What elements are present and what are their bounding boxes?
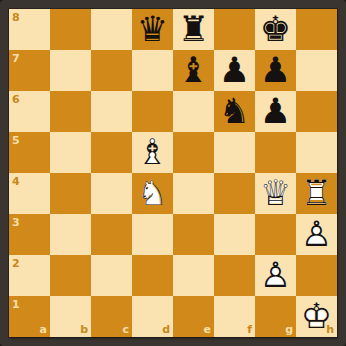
square-h3[interactable]: ♟♙	[296, 214, 337, 255]
square-h6[interactable]	[296, 91, 337, 132]
square-f4[interactable]	[214, 173, 255, 214]
file-label-c: c	[122, 324, 129, 335]
square-e2[interactable]	[173, 255, 214, 296]
square-b3[interactable]	[50, 214, 91, 255]
square-f2[interactable]	[214, 255, 255, 296]
square-c5[interactable]	[91, 132, 132, 173]
white-rook-outline-glyph: ♖	[296, 173, 337, 214]
square-g5[interactable]	[255, 132, 296, 173]
square-c1[interactable]: c	[91, 296, 132, 337]
piece-black-rook[interactable]: ♜	[173, 9, 214, 50]
square-h7[interactable]	[296, 50, 337, 91]
square-b6[interactable]	[50, 91, 91, 132]
square-c8[interactable]	[91, 9, 132, 50]
black-queen-glyph: ♛	[132, 9, 173, 50]
square-h4[interactable]: ♜♖	[296, 173, 337, 214]
piece-white-rook[interactable]: ♜♖	[296, 173, 337, 214]
square-e3[interactable]	[173, 214, 214, 255]
rank-label-3: 3	[12, 217, 20, 228]
piece-white-bishop[interactable]: ♝♗	[132, 132, 173, 173]
square-e5[interactable]	[173, 132, 214, 173]
square-b1[interactable]: b	[50, 296, 91, 337]
rank-label-1: 1	[12, 299, 20, 310]
square-b4[interactable]	[50, 173, 91, 214]
square-a3[interactable]: 3	[9, 214, 50, 255]
square-b7[interactable]	[50, 50, 91, 91]
square-g3[interactable]	[255, 214, 296, 255]
square-f8[interactable]	[214, 9, 255, 50]
file-label-g: g	[285, 324, 293, 335]
square-f1[interactable]: f	[214, 296, 255, 337]
square-b2[interactable]	[50, 255, 91, 296]
square-a7[interactable]: 7	[9, 50, 50, 91]
square-c6[interactable]	[91, 91, 132, 132]
square-e8[interactable]: ♜	[173, 9, 214, 50]
white-knight-outline-glyph: ♘	[132, 173, 173, 214]
file-label-a: a	[40, 324, 47, 335]
square-a4[interactable]: 4	[9, 173, 50, 214]
square-d8[interactable]: ♛	[132, 9, 173, 50]
square-d1[interactable]: d	[132, 296, 173, 337]
white-king-outline-glyph: ♔	[296, 296, 337, 337]
square-b5[interactable]	[50, 132, 91, 173]
square-d5[interactable]: ♝♗	[132, 132, 173, 173]
square-b8[interactable]	[50, 9, 91, 50]
square-d7[interactable]	[132, 50, 173, 91]
piece-white-knight[interactable]: ♞♘	[132, 173, 173, 214]
file-label-d: d	[162, 324, 170, 335]
black-pawn-glyph: ♟	[255, 91, 296, 132]
rank-label-6: 6	[12, 94, 20, 105]
white-pawn-outline-glyph: ♙	[296, 214, 337, 255]
black-king-glyph: ♚	[255, 9, 296, 50]
square-a5[interactable]: 5	[9, 132, 50, 173]
piece-black-pawn[interactable]: ♟	[255, 50, 296, 91]
piece-white-queen[interactable]: ♛♕	[255, 173, 296, 214]
square-d4[interactable]: ♞♘	[132, 173, 173, 214]
square-e1[interactable]: e	[173, 296, 214, 337]
file-label-b: b	[80, 324, 88, 335]
chess-board: 8♛♜♚7♝♟♟6♞♟5♝♗4♞♘♛♕♜♖3♟♙2♟♙1abcdefgh♚♔	[9, 9, 337, 337]
rank-label-8: 8	[12, 12, 20, 23]
rank-label-7: 7	[12, 53, 20, 64]
piece-black-pawn[interactable]: ♟	[255, 91, 296, 132]
black-bishop-glyph: ♝	[173, 50, 214, 91]
square-d2[interactable]	[132, 255, 173, 296]
piece-black-pawn[interactable]: ♟	[214, 50, 255, 91]
square-f6[interactable]: ♞	[214, 91, 255, 132]
square-h1[interactable]: h♚♔	[296, 296, 337, 337]
square-c4[interactable]	[91, 173, 132, 214]
square-a6[interactable]: 6	[9, 91, 50, 132]
board-frame: 8♛♜♚7♝♟♟6♞♟5♝♗4♞♘♛♕♜♖3♟♙2♟♙1abcdefgh♚♔	[0, 0, 346, 346]
square-f3[interactable]	[214, 214, 255, 255]
black-pawn-glyph: ♟	[255, 50, 296, 91]
square-f7[interactable]: ♟	[214, 50, 255, 91]
square-a1[interactable]: 1a	[9, 296, 50, 337]
square-d3[interactable]	[132, 214, 173, 255]
square-c3[interactable]	[91, 214, 132, 255]
square-g4[interactable]: ♛♕	[255, 173, 296, 214]
square-e7[interactable]: ♝	[173, 50, 214, 91]
piece-black-bishop[interactable]: ♝	[173, 50, 214, 91]
square-g6[interactable]: ♟	[255, 91, 296, 132]
piece-white-king[interactable]: ♚♔	[296, 296, 337, 337]
piece-black-knight[interactable]: ♞	[214, 91, 255, 132]
square-a8[interactable]: 8	[9, 9, 50, 50]
file-label-f: f	[247, 324, 252, 335]
square-e4[interactable]	[173, 173, 214, 214]
black-pawn-glyph: ♟	[214, 50, 255, 91]
square-a2[interactable]: 2	[9, 255, 50, 296]
square-h2[interactable]	[296, 255, 337, 296]
square-h5[interactable]	[296, 132, 337, 173]
square-e6[interactable]	[173, 91, 214, 132]
piece-black-king[interactable]: ♚	[255, 9, 296, 50]
piece-black-queen[interactable]: ♛	[132, 9, 173, 50]
square-h8[interactable]	[296, 9, 337, 50]
rank-label-5: 5	[12, 135, 20, 146]
square-g2[interactable]: ♟♙	[255, 255, 296, 296]
square-g1[interactable]: g	[255, 296, 296, 337]
piece-white-pawn[interactable]: ♟♙	[296, 214, 337, 255]
black-knight-glyph: ♞	[214, 91, 255, 132]
square-c2[interactable]	[91, 255, 132, 296]
white-pawn-outline-glyph: ♙	[255, 255, 296, 296]
white-queen-outline-glyph: ♕	[255, 173, 296, 214]
square-d6[interactable]	[132, 91, 173, 132]
square-f5[interactable]	[214, 132, 255, 173]
rank-label-4: 4	[12, 176, 20, 187]
piece-white-pawn[interactable]: ♟♙	[255, 255, 296, 296]
square-g7[interactable]: ♟	[255, 50, 296, 91]
rank-label-2: 2	[12, 258, 20, 269]
square-c7[interactable]	[91, 50, 132, 91]
square-g8[interactable]: ♚	[255, 9, 296, 50]
black-rook-glyph: ♜	[173, 9, 214, 50]
file-label-e: e	[204, 324, 211, 335]
white-bishop-outline-glyph: ♗	[132, 132, 173, 173]
